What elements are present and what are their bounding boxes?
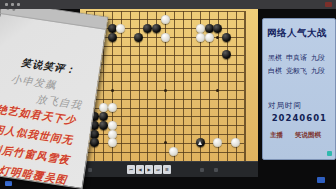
- black-stone: [108, 24, 117, 33]
- grid-line: [86, 99, 245, 100]
- white-rank: 九段: [311, 66, 325, 76]
- grid-line: [86, 116, 245, 117]
- board-toolbar: ⏮◀▶⏭☰: [80, 161, 258, 177]
- black-label: 黑棋: [268, 53, 282, 63]
- grid-line: [174, 11, 175, 161]
- black-player-row: 黑棋 申真谞 九段: [268, 53, 325, 63]
- panel-corner-icon[interactable]: [327, 151, 332, 156]
- white-stone: [161, 33, 170, 42]
- white-stone: [108, 138, 117, 147]
- black-stone: [134, 33, 143, 42]
- grid-line: [147, 11, 148, 161]
- grid-line: [130, 11, 131, 161]
- black-stone: [222, 50, 231, 59]
- go-board[interactable]: [80, 9, 258, 161]
- black-stone: [213, 24, 222, 33]
- grid-line: [86, 11, 245, 12]
- white-label: 白棋: [268, 66, 282, 76]
- grid-line: [156, 11, 157, 161]
- nav-next-button[interactable]: ⏭: [154, 165, 162, 174]
- game-time-label: 对局时间: [268, 101, 302, 111]
- white-stone: [196, 24, 205, 33]
- titlebar-icon[interactable]: [11, 3, 14, 6]
- nav-prev-button[interactable]: ◀: [136, 165, 144, 174]
- titlebar-icon[interactable]: [17, 3, 20, 6]
- nav-menu-button[interactable]: ☰: [163, 165, 171, 174]
- event-title: 网络人气大战: [267, 27, 327, 40]
- grid-line: [191, 11, 192, 161]
- white-stone: [116, 24, 125, 33]
- grid-line: [86, 81, 245, 82]
- taskbar-app-icon[interactable]: [5, 181, 12, 186]
- star-point: [164, 89, 167, 92]
- white-player: 党毅飞: [286, 66, 307, 76]
- black-stone: [99, 112, 108, 121]
- grid-line: [244, 11, 245, 161]
- black-stone: [108, 33, 117, 42]
- host-name: 笑说围棋: [295, 131, 321, 140]
- move-navigation: ⏮◀▶⏭☰: [127, 165, 171, 174]
- black-stone: [152, 24, 161, 33]
- black-stone: [205, 24, 214, 33]
- grid-line: [86, 72, 245, 73]
- black-stone: [99, 121, 108, 130]
- grid-line: [86, 46, 245, 47]
- white-stone: [231, 138, 240, 147]
- nav-play-button[interactable]: ▶: [145, 165, 153, 174]
- grid-line: [86, 64, 245, 65]
- black-rank: 九段: [311, 53, 325, 63]
- last-move-marker: [198, 141, 202, 145]
- white-stone: [161, 15, 170, 24]
- toolbar-icon[interactable]: [214, 168, 218, 172]
- stream-screen: 笑说笑评： 小申发飙 放飞自我 绝艺如君天下少 闲人似我世间无 别后竹窗风雪夜 …: [0, 0, 336, 189]
- grid-line: [121, 11, 122, 161]
- black-stone: [143, 24, 152, 33]
- close-button-icon[interactable]: [325, 2, 332, 7]
- white-stone: [99, 103, 108, 112]
- toolbar-icon[interactable]: [200, 168, 204, 172]
- host-label: 主播: [270, 131, 283, 140]
- black-stone: [222, 33, 231, 42]
- poem-block: 绝艺如君天下少 闲人似我世间无 别后竹窗风雪夜 一灯明暗覆吴图: [0, 99, 78, 189]
- white-stone: [108, 130, 117, 139]
- black-player: 申真谞: [286, 53, 307, 63]
- white-stone: [169, 147, 178, 156]
- grid-line: [86, 55, 245, 56]
- star-point: [111, 89, 114, 92]
- white-stone: [205, 33, 214, 42]
- white-stone: [108, 121, 117, 130]
- taskbar-app-icon[interactable]: [317, 177, 325, 183]
- commentary-line: 小申发飙: [10, 72, 58, 93]
- toolbar-icon[interactable]: [88, 168, 92, 172]
- game-date: 20240601: [272, 113, 327, 123]
- white-stone: [196, 33, 205, 42]
- game-info-panel: 网络人气大战 黑棋 申真谞 九段 白棋 党毅飞 九段 对局时间 20240601…: [262, 18, 336, 160]
- window-titlebar: [0, 0, 336, 9]
- white-player-row: 白棋 党毅飞 九段: [268, 66, 325, 76]
- white-stone: [108, 103, 117, 112]
- nav-first-button[interactable]: ⏮: [127, 165, 135, 174]
- grid-line: [183, 11, 184, 161]
- grid-line: [86, 152, 245, 153]
- black-stone: [90, 138, 99, 147]
- white-stone: [213, 138, 222, 147]
- titlebar-icon[interactable]: [5, 3, 8, 6]
